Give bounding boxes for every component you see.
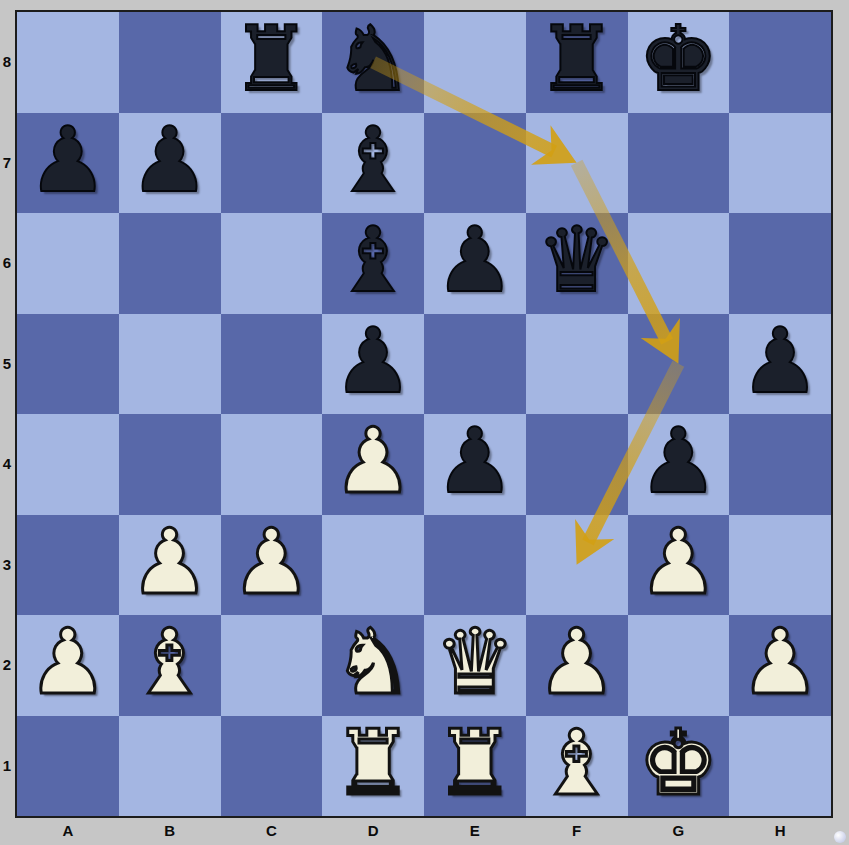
square-d8[interactable]: ♞: [322, 12, 424, 113]
square-a8[interactable]: [17, 12, 119, 113]
rank-label-7: 7: [0, 154, 14, 171]
chess-app: ♜♞♜♚♟♟♝♝♟♛♟♟♟♟♟♟♟♟♟♝♞♛♟♟♜♜♝♚ 87654321ABC…: [0, 0, 849, 845]
piece-black-pawn[interactable]: ♟: [129, 115, 210, 205]
square-f5[interactable]: [526, 314, 628, 415]
piece-white-queen[interactable]: ♛: [435, 617, 516, 707]
square-f1[interactable]: ♝: [526, 716, 628, 817]
file-label-g: G: [628, 822, 730, 842]
rank-label-6: 6: [0, 254, 14, 271]
square-c6[interactable]: [221, 213, 323, 314]
piece-white-bishop[interactable]: ♝: [536, 718, 617, 808]
square-d2[interactable]: ♞: [322, 615, 424, 716]
piece-black-pawn[interactable]: ♟: [638, 416, 719, 506]
piece-black-pawn[interactable]: ♟: [333, 316, 414, 406]
square-e1[interactable]: ♜: [424, 716, 526, 817]
piece-black-king[interactable]: ♚: [638, 14, 719, 104]
square-b1[interactable]: [119, 716, 221, 817]
piece-white-pawn[interactable]: ♟: [333, 416, 414, 506]
square-h7[interactable]: [729, 113, 831, 214]
square-d3[interactable]: [322, 515, 424, 616]
square-h2[interactable]: ♟: [729, 615, 831, 716]
piece-white-pawn[interactable]: ♟: [536, 617, 617, 707]
square-e7[interactable]: [424, 113, 526, 214]
square-c1[interactable]: [221, 716, 323, 817]
square-e8[interactable]: [424, 12, 526, 113]
square-g3[interactable]: ♟: [628, 515, 730, 616]
piece-black-pawn[interactable]: ♟: [740, 316, 821, 406]
piece-black-bishop[interactable]: ♝: [333, 115, 414, 205]
square-b4[interactable]: [119, 414, 221, 515]
file-label-b: B: [119, 822, 221, 842]
square-e4[interactable]: ♟: [424, 414, 526, 515]
piece-white-pawn[interactable]: ♟: [28, 617, 109, 707]
piece-white-pawn[interactable]: ♟: [231, 517, 312, 607]
square-b8[interactable]: [119, 12, 221, 113]
piece-white-rook[interactable]: ♜: [333, 718, 414, 808]
piece-white-pawn[interactable]: ♟: [129, 517, 210, 607]
piece-white-bishop[interactable]: ♝: [129, 617, 210, 707]
square-e5[interactable]: [424, 314, 526, 415]
square-g2[interactable]: [628, 615, 730, 716]
corner-dot: [834, 831, 846, 843]
square-c5[interactable]: [221, 314, 323, 415]
square-c7[interactable]: [221, 113, 323, 214]
file-label-a: A: [17, 822, 119, 842]
square-g7[interactable]: [628, 113, 730, 214]
piece-black-rook[interactable]: ♜: [231, 14, 312, 104]
piece-black-knight[interactable]: ♞: [333, 14, 414, 104]
square-f6[interactable]: ♛: [526, 213, 628, 314]
square-a1[interactable]: [17, 716, 119, 817]
square-h3[interactable]: [729, 515, 831, 616]
square-f7[interactable]: [526, 113, 628, 214]
square-a3[interactable]: [17, 515, 119, 616]
rank-label-4: 4: [0, 455, 14, 472]
square-b2[interactable]: ♝: [119, 615, 221, 716]
square-d6[interactable]: ♝: [322, 213, 424, 314]
piece-black-pawn[interactable]: ♟: [435, 215, 516, 305]
square-h4[interactable]: [729, 414, 831, 515]
piece-black-pawn[interactable]: ♟: [28, 115, 109, 205]
square-e3[interactable]: [424, 515, 526, 616]
square-f8[interactable]: ♜: [526, 12, 628, 113]
square-g1[interactable]: ♚: [628, 716, 730, 817]
square-g8[interactable]: ♚: [628, 12, 730, 113]
square-e6[interactable]: ♟: [424, 213, 526, 314]
piece-black-rook[interactable]: ♜: [536, 14, 617, 104]
square-h1[interactable]: [729, 716, 831, 817]
file-label-h: H: [729, 822, 831, 842]
square-h5[interactable]: ♟: [729, 314, 831, 415]
square-a2[interactable]: ♟: [17, 615, 119, 716]
square-a7[interactable]: ♟: [17, 113, 119, 214]
piece-black-queen[interactable]: ♛: [536, 215, 617, 305]
rank-label-5: 5: [0, 355, 14, 372]
square-f4[interactable]: [526, 414, 628, 515]
rank-label-2: 2: [0, 656, 14, 673]
square-a4[interactable]: [17, 414, 119, 515]
square-g6[interactable]: [628, 213, 730, 314]
rank-label-1: 1: [0, 757, 14, 774]
piece-white-knight[interactable]: ♞: [333, 617, 414, 707]
square-b6[interactable]: [119, 213, 221, 314]
chess-board: ♜♞♜♚♟♟♝♝♟♛♟♟♟♟♟♟♟♟♟♝♞♛♟♟♜♜♝♚: [15, 10, 833, 818]
rank-label-8: 8: [0, 53, 14, 70]
square-g4[interactable]: ♟: [628, 414, 730, 515]
piece-black-bishop[interactable]: ♝: [333, 215, 414, 305]
square-c4[interactable]: [221, 414, 323, 515]
piece-white-pawn[interactable]: ♟: [740, 617, 821, 707]
square-f2[interactable]: ♟: [526, 615, 628, 716]
square-a5[interactable]: [17, 314, 119, 415]
file-label-c: C: [221, 822, 323, 842]
rank-label-3: 3: [0, 556, 14, 573]
square-h6[interactable]: [729, 213, 831, 314]
square-d1[interactable]: ♜: [322, 716, 424, 817]
square-a6[interactable]: [17, 213, 119, 314]
square-c2[interactable]: [221, 615, 323, 716]
file-label-f: F: [526, 822, 628, 842]
square-d5[interactable]: ♟: [322, 314, 424, 415]
square-b7[interactable]: ♟: [119, 113, 221, 214]
square-c8[interactable]: ♜: [221, 12, 323, 113]
file-label-d: D: [322, 822, 424, 842]
piece-white-pawn[interactable]: ♟: [638, 517, 719, 607]
file-label-e: E: [424, 822, 526, 842]
square-d4[interactable]: ♟: [322, 414, 424, 515]
square-d7[interactable]: ♝: [322, 113, 424, 214]
piece-black-pawn[interactable]: ♟: [435, 416, 516, 506]
square-f3[interactable]: [526, 515, 628, 616]
square-b3[interactable]: ♟: [119, 515, 221, 616]
square-b5[interactable]: [119, 314, 221, 415]
piece-white-king[interactable]: ♚: [638, 718, 719, 808]
square-c3[interactable]: ♟: [221, 515, 323, 616]
piece-white-rook[interactable]: ♜: [435, 718, 516, 808]
square-e2[interactable]: ♛: [424, 615, 526, 716]
square-h8[interactable]: [729, 12, 831, 113]
square-g5[interactable]: [628, 314, 730, 415]
